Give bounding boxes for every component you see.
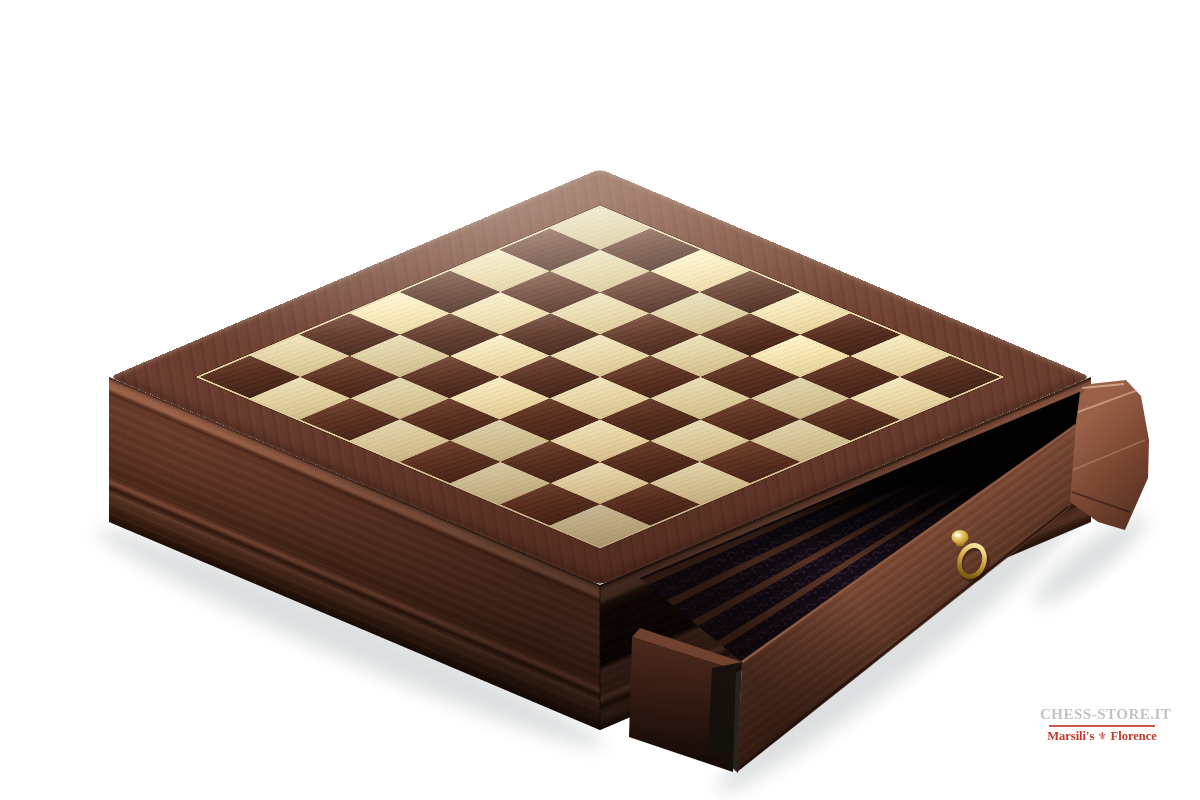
product-photo-scene: CHESS-STORE.IT Marsili's ⚜ Florence — [0, 0, 1200, 800]
watermark-brand: Marsili's — [1047, 729, 1094, 743]
watermark-city: Florence — [1111, 729, 1157, 743]
drawer-end-cap — [1070, 380, 1149, 530]
watermark-rule — [1049, 725, 1155, 727]
fleur-de-lis-icon: ⚜ — [1098, 730, 1108, 743]
watermark-store-name: CHESS-STORE.IT — [1040, 706, 1164, 723]
watermark-brand-line: Marsili's ⚜ Florence — [1040, 729, 1164, 744]
store-watermark: CHESS-STORE.IT Marsili's ⚜ Florence — [1040, 706, 1164, 744]
